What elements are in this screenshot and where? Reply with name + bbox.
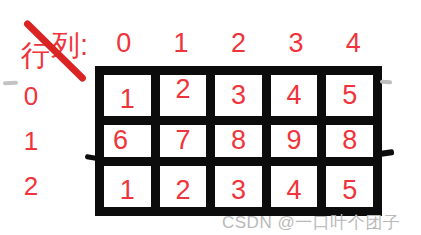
- row-header-1: 1: [14, 125, 48, 156]
- array-indexing-diagram: 行 列: 0 1 2 3 4 0 1 2 1 2 3 4 5 6 7 8 9 8…: [0, 0, 421, 235]
- cell-r1-c4: 8: [326, 125, 373, 156]
- cell-r2-c1: 2: [160, 166, 207, 207]
- column-headers: 0 1 2 3 4: [95, 26, 382, 60]
- stroke-overshoot-right: [379, 149, 395, 157]
- cell-r2-c3: 4: [271, 166, 318, 207]
- cell-r1-c0: 6: [104, 125, 151, 156]
- row-headers: 0 1 2: [14, 66, 48, 216]
- cell-r1-c1: 7: [160, 125, 207, 156]
- cell-r1-c3: 9: [271, 125, 318, 156]
- stroke-overshoot-left: [85, 154, 99, 161]
- column-header-2: 2: [210, 26, 267, 60]
- cell-r0-c4: 5: [326, 75, 373, 116]
- column-header-1: 1: [152, 26, 209, 60]
- column-header-4: 4: [325, 26, 382, 60]
- column-header-0: 0: [95, 26, 152, 60]
- gray-smudge-left: [3, 81, 18, 86]
- cell-r0-c2: 3: [215, 75, 262, 116]
- cell-r0-c1: 2: [160, 75, 207, 116]
- cell-r2-c4: 5: [326, 166, 373, 207]
- gray-smudge-right: [380, 80, 392, 85]
- row-header-2: 2: [14, 166, 48, 207]
- cell-r1-c2: 8: [215, 125, 262, 156]
- watermark: CSDN @一口叶个团子: [222, 211, 400, 234]
- grid-board: 1 2 3 4 5 6 7 8 9 8 1 2 3 4 5: [95, 66, 382, 216]
- cell-r0-c0: 1: [104, 75, 151, 116]
- cell-r2-c0: 1: [104, 166, 151, 207]
- row-header-0: 0: [14, 75, 48, 116]
- cell-r0-c3: 4: [271, 75, 318, 116]
- column-header-3: 3: [267, 26, 324, 60]
- cell-r2-c2: 3: [215, 166, 262, 207]
